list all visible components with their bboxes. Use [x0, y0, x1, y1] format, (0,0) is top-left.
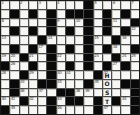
clue-number: 39 — [85, 89, 89, 93]
entered-letter: S — [103, 90, 111, 97]
black-cell-r12c3 — [20, 97, 28, 105]
cell-r4c1[interactable] — [1, 27, 9, 35]
cell-r1c8[interactable] — [66, 1, 74, 9]
cell-r6c9[interactable] — [75, 45, 83, 53]
cell-r1c12[interactable] — [103, 1, 111, 9]
cell-r2c11[interactable] — [94, 10, 102, 18]
clue-number: 43 — [57, 97, 61, 101]
black-cell-r12c15 — [131, 97, 139, 105]
cell-r6c11[interactable] — [94, 45, 102, 53]
cell-r4c11[interactable] — [94, 27, 102, 35]
cell-r9c1[interactable]: 28 — [1, 71, 9, 79]
cell-r2c13[interactable] — [112, 10, 120, 18]
black-cell-r13c1 — [1, 106, 9, 114]
cell-r1c13[interactable]: 6 — [112, 1, 120, 9]
cell-r5c2[interactable] — [10, 36, 18, 44]
clue-number: 22 — [57, 54, 61, 58]
clue-number: 1 — [2, 1, 4, 5]
clue-number: 8 — [2, 19, 4, 23]
cell-r8c9[interactable] — [75, 62, 83, 70]
cell-r9c12[interactable]: 32H — [103, 71, 111, 79]
cell-r13c5[interactable] — [38, 106, 46, 114]
cell-r8c3[interactable] — [20, 62, 28, 70]
cell-r9c4[interactable]: 29 — [29, 71, 37, 79]
black-cell-r1c10 — [84, 1, 92, 9]
black-cell-r8c4 — [29, 62, 37, 70]
cell-r11c5[interactable]: 37 — [38, 89, 46, 97]
cell-r5c7[interactable] — [57, 36, 65, 44]
clue-number: 40 — [2, 97, 6, 101]
clue-number: 18 — [113, 45, 117, 49]
cell-r8c13[interactable]: 27 — [112, 62, 120, 70]
clue-number: 3 — [39, 1, 41, 5]
clue-number: 17 — [39, 45, 43, 49]
black-cell-r6c15 — [131, 45, 139, 53]
clue-number: 14 — [48, 36, 52, 40]
cell-r9c13[interactable] — [112, 71, 120, 79]
cell-r5c6[interactable]: 14 — [47, 36, 55, 44]
cell-r12c4[interactable]: 42 — [29, 97, 37, 105]
clue-number: 25 — [131, 54, 135, 58]
cell-r11c6[interactable] — [47, 89, 55, 97]
cell-r8c7[interactable] — [57, 62, 65, 70]
clue-number: 24 — [122, 54, 126, 58]
cell-r2c15[interactable] — [131, 10, 139, 18]
cell-r3c4[interactable] — [29, 19, 37, 27]
black-cell-r13c11 — [94, 106, 102, 114]
black-cell-r10c14 — [121, 80, 129, 88]
cell-r9c5[interactable] — [38, 71, 46, 79]
cell-r10c13[interactable] — [112, 80, 120, 88]
cell-r2c7[interactable] — [57, 10, 65, 18]
cell-r1c6[interactable] — [47, 1, 55, 9]
clue-number: 5 — [94, 1, 96, 5]
cell-r2c5[interactable] — [38, 10, 46, 18]
black-cell-r2c14 — [121, 10, 129, 18]
cell-r11c13[interactable] — [112, 89, 120, 97]
black-cell-r9c6 — [47, 71, 55, 79]
black-cell-r10c15 — [131, 80, 139, 88]
clue-number: 44 — [122, 97, 126, 101]
cell-r5c9[interactable] — [75, 36, 83, 44]
cell-r10c4[interactable] — [29, 80, 37, 88]
black-cell-r4c2 — [10, 27, 18, 35]
cell-r5c12[interactable] — [103, 36, 111, 44]
cell-r13c13[interactable] — [112, 106, 120, 114]
cell-r6c3[interactable] — [20, 45, 28, 53]
black-cell-r8c8 — [66, 62, 74, 70]
clue-number: 28 — [2, 71, 6, 75]
clue-number: 6 — [113, 1, 115, 5]
black-cell-r11c8 — [66, 89, 74, 97]
cell-r5c14[interactable]: 16 — [121, 36, 129, 44]
cell-r13c3[interactable] — [20, 106, 28, 114]
crossword-board: 1234567891011121314151617181920212223242… — [0, 0, 140, 115]
cell-r6c7[interactable] — [57, 45, 65, 53]
black-cell-r7c13 — [112, 54, 120, 62]
black-cell-r3c15 — [131, 19, 139, 27]
cell-r1c5[interactable]: 3 — [38, 1, 46, 9]
cell-r7c2[interactable]: 20 — [10, 54, 18, 62]
cell-r10c3[interactable]: 33 — [20, 80, 28, 88]
cell-r9c15[interactable] — [131, 71, 139, 79]
cell-r4c15[interactable]: 12 — [131, 27, 139, 35]
cell-r3c14[interactable] — [121, 19, 129, 27]
cell-r6c14[interactable] — [121, 45, 129, 53]
black-cell-r13c15 — [131, 106, 139, 114]
black-cell-r12c9 — [75, 97, 83, 105]
cell-r5c11[interactable]: 15 — [94, 36, 102, 44]
cell-r9c8[interactable]: 31 — [66, 71, 74, 79]
cell-r1c11[interactable]: 5 — [94, 1, 102, 9]
cell-r12c2[interactable]: 41 — [10, 97, 18, 105]
black-cell-r8c12 — [103, 62, 111, 70]
black-cell-r4c12 — [103, 27, 111, 35]
cell-r7c9[interactable] — [75, 54, 83, 62]
clue-number: 19 — [2, 54, 6, 58]
black-cell-r10c5 — [38, 80, 46, 88]
cell-r13c12[interactable]: 47 — [103, 106, 111, 114]
black-cell-r6c2 — [10, 45, 18, 53]
cell-r12c1[interactable]: 40 — [1, 97, 9, 105]
cell-r13c8[interactable] — [66, 106, 74, 114]
black-cell-r2c10 — [84, 10, 92, 18]
cell-r2c1[interactable] — [1, 10, 9, 18]
cell-r11c4[interactable] — [29, 89, 37, 97]
entered-letter: T — [103, 98, 111, 105]
clue-number: 34 — [57, 80, 61, 84]
cell-r3c5[interactable] — [38, 19, 46, 27]
cell-r7c12[interactable] — [103, 54, 111, 62]
clue-number: 31 — [66, 71, 70, 75]
clue-number: 15 — [94, 36, 98, 40]
cell-r9c7[interactable]: 30 — [57, 71, 65, 79]
black-cell-r13c6 — [47, 106, 55, 114]
clue-number: 12 — [131, 27, 135, 31]
clue-number: 33 — [20, 80, 24, 84]
black-cell-r4c8 — [66, 27, 74, 35]
black-cell-r12c11 — [94, 97, 102, 105]
cell-r9c10[interactable] — [84, 71, 92, 79]
black-cell-r12c13 — [112, 97, 120, 105]
cell-r5c8[interactable] — [66, 36, 74, 44]
clue-number: 36 — [20, 89, 24, 93]
cell-r10c1[interactable] — [1, 80, 9, 88]
black-cell-r6c12 — [103, 45, 111, 53]
cell-r13c14[interactable] — [121, 106, 129, 114]
clue-number: 23 — [94, 54, 98, 58]
black-cell-r2c9 — [75, 10, 83, 18]
black-cell-r3c6 — [47, 19, 55, 27]
clue-number: 16 — [122, 36, 126, 40]
black-cell-r8c14 — [121, 62, 129, 70]
cell-r8c15[interactable] — [131, 62, 139, 70]
black-cell-r12c8 — [66, 97, 74, 105]
black-cell-r10c2 — [10, 80, 18, 88]
cell-r7c1[interactable]: 19 — [1, 54, 9, 62]
cell-r10c12[interactable]: O — [103, 80, 111, 88]
cell-r6c5[interactable]: 17 — [38, 45, 46, 53]
clue-number: 35 — [94, 80, 98, 84]
clue-number: 21 — [29, 54, 33, 58]
clue-number: 26 — [11, 62, 15, 66]
cell-r13c10[interactable] — [84, 106, 92, 114]
cell-r11c3[interactable]: 36 — [20, 89, 28, 97]
black-cell-r9c3 — [20, 71, 28, 79]
cell-r5c3[interactable] — [20, 36, 28, 44]
cell-r7c8[interactable] — [66, 54, 74, 62]
black-cell-r9c11 — [94, 71, 102, 79]
clue-number: 7 — [131, 1, 133, 5]
cell-r5c1[interactable]: 13 — [1, 36, 9, 44]
clue-number: 27 — [113, 62, 117, 66]
cell-r1c9[interactable] — [75, 1, 83, 9]
cell-r5c4[interactable] — [29, 36, 37, 44]
black-cell-r10c10 — [84, 80, 92, 88]
cell-r12c10[interactable] — [84, 97, 92, 105]
black-cell-r6c10 — [84, 45, 92, 53]
cell-r3c3[interactable] — [20, 19, 28, 27]
clue-number: 41 — [11, 97, 15, 101]
cell-r6c13[interactable]: 18 — [112, 45, 120, 53]
cell-r3c8[interactable] — [66, 19, 74, 27]
cell-r11c9[interactable]: 38 — [75, 89, 83, 97]
black-cell-r8c6 — [47, 62, 55, 70]
cell-r3c1[interactable]: 8 — [1, 19, 9, 27]
cell-r9c9[interactable] — [75, 71, 83, 79]
cell-r2c3[interactable] — [20, 10, 28, 18]
clue-number: 46 — [57, 106, 61, 110]
cell-r10c11[interactable]: 35 — [94, 80, 102, 88]
black-cell-r6c6 — [47, 45, 55, 53]
cell-r7c14[interactable]: 24 — [121, 54, 129, 62]
clue-number: 10 — [76, 19, 80, 23]
clue-number: 45 — [11, 106, 15, 110]
cell-r4c13[interactable] — [112, 27, 120, 35]
black-cell-r11c7 — [57, 89, 65, 97]
black-cell-r2c8 — [66, 10, 74, 18]
cell-r1c2[interactable] — [10, 1, 18, 9]
cell-r10c8[interactable] — [66, 80, 74, 88]
black-cell-r4c4 — [29, 27, 37, 35]
cell-r3c11[interactable] — [94, 19, 102, 27]
cell-r13c2[interactable]: 45 — [10, 106, 18, 114]
cell-r8c11[interactable] — [94, 62, 102, 70]
black-cell-r4c14 — [121, 27, 129, 35]
black-cell-r7c6 — [47, 54, 55, 62]
black-cell-r3c12 — [103, 19, 111, 27]
black-cell-r8c1 — [1, 62, 9, 70]
cell-r12c14[interactable]: 44 — [121, 97, 129, 105]
entered-letter: H — [103, 72, 111, 79]
clue-number: 29 — [29, 71, 33, 75]
black-cell-r2c6 — [47, 10, 55, 18]
cell-r11c11[interactable] — [94, 89, 102, 97]
cell-r7c4[interactable]: 21 — [29, 54, 37, 62]
black-cell-r5c13 — [112, 36, 120, 44]
clue-number: 47 — [103, 106, 107, 110]
black-cell-r2c2 — [10, 10, 18, 18]
cell-r3c9[interactable]: 10 — [75, 19, 83, 27]
cell-r7c5[interactable] — [38, 54, 46, 62]
clue-number: 2 — [20, 1, 22, 5]
black-cell-r11c15 — [131, 89, 139, 97]
clue-number: 9 — [57, 19, 59, 23]
black-cell-r11c2 — [10, 89, 18, 97]
cell-r1c14[interactable] — [121, 1, 129, 9]
cell-r3c7[interactable]: 9 — [57, 19, 65, 27]
cell-r9c2[interactable] — [10, 71, 18, 79]
cell-r8c2[interactable]: 26 — [10, 62, 18, 70]
cell-r10c7[interactable]: 34 — [57, 80, 65, 88]
cell-r12c7[interactable]: 43 — [57, 97, 65, 105]
black-cell-r4c6 — [47, 27, 55, 35]
cell-r11c12[interactable]: S — [103, 89, 111, 97]
entered-letter: O — [103, 81, 111, 88]
cell-r10c9[interactable] — [75, 80, 83, 88]
cell-r11c10[interactable]: 39 — [84, 89, 92, 97]
clue-number: 11 — [113, 19, 117, 23]
cell-r1c4[interactable] — [29, 1, 37, 9]
cell-r12c5[interactable] — [38, 97, 46, 105]
black-cell-r6c4 — [29, 45, 37, 53]
cell-r6c1[interactable] — [1, 45, 9, 53]
black-cell-r2c12 — [103, 10, 111, 18]
clue-number: 30 — [57, 71, 61, 75]
cell-r3c2[interactable] — [10, 19, 18, 27]
cell-r4c7[interactable] — [57, 27, 65, 35]
cell-r13c4[interactable] — [29, 106, 37, 114]
black-cell-r12c6 — [47, 97, 55, 105]
cell-r11c1[interactable] — [1, 89, 9, 97]
cell-r1c15[interactable]: 7 — [131, 1, 139, 9]
cell-r1c3[interactable]: 2 — [20, 1, 28, 9]
cell-r13c9[interactable] — [75, 106, 83, 114]
cell-r5c15[interactable] — [131, 36, 139, 44]
black-cell-r7c10 — [84, 54, 92, 62]
clue-number: 13 — [2, 36, 6, 40]
cell-r7c15[interactable]: 25 — [131, 54, 139, 62]
cell-r8c5[interactable] — [38, 62, 46, 70]
black-cell-r5c10 — [84, 36, 92, 44]
black-cell-r10c6 — [47, 80, 55, 88]
cell-r12c12[interactable]: T — [103, 97, 111, 105]
cell-r1c7[interactable]: 4 — [57, 1, 65, 9]
black-cell-r4c10 — [84, 27, 92, 35]
cell-r4c3[interactable] — [20, 27, 28, 35]
cell-r4c5[interactable] — [38, 27, 46, 35]
cell-r1c1[interactable]: 1 — [1, 1, 9, 9]
clue-number: 38 — [76, 89, 80, 93]
cell-r13c7[interactable]: 46 — [57, 106, 65, 114]
cell-r9c14[interactable] — [121, 71, 129, 79]
cell-r11c14[interactable] — [121, 89, 129, 97]
black-cell-r8c10 — [84, 62, 92, 70]
black-cell-r5c5 — [38, 36, 46, 44]
cell-r7c11[interactable]: 23 — [94, 54, 102, 62]
clue-number: 37 — [39, 89, 43, 93]
black-cell-r2c4 — [29, 10, 37, 18]
clue-number: 4 — [57, 1, 59, 5]
clue-number: 42 — [29, 97, 33, 101]
cell-r3c13[interactable]: 11 — [112, 19, 120, 27]
cell-r7c7[interactable]: 22 — [57, 54, 65, 62]
black-cell-r6c8 — [66, 45, 74, 53]
cell-r4c9[interactable] — [75, 27, 83, 35]
clue-number: 20 — [11, 54, 15, 58]
black-cell-r3c10 — [84, 19, 92, 27]
black-cell-r7c3 — [20, 54, 28, 62]
